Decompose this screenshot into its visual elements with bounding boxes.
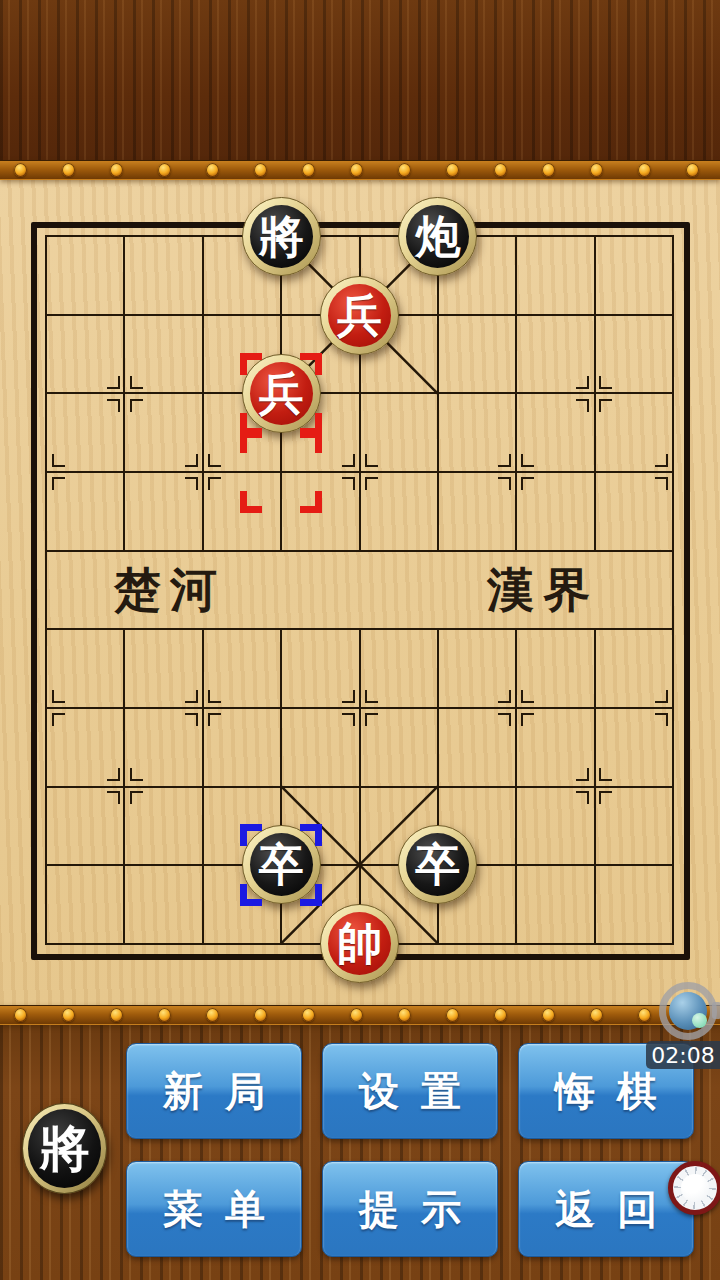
board-cell[interactable]: [281, 551, 359, 630]
stud-icon: [590, 1008, 603, 1022]
board-cell[interactable]: [360, 551, 438, 630]
board-cell[interactable]: [46, 708, 124, 787]
board-cell[interactable]: [203, 472, 281, 551]
board-cell[interactable]: [281, 708, 359, 787]
piece-disc: 炮: [406, 205, 469, 268]
board-cell[interactable]: [124, 629, 202, 708]
board-cell[interactable]: [203, 708, 281, 787]
turn-indicator-glyph: 將: [40, 1124, 90, 1174]
turn-indicator-piece: 將: [22, 1103, 107, 1194]
board-cell[interactable]: [516, 787, 594, 866]
board-cell[interactable]: [46, 551, 124, 630]
stud-icon: [494, 1008, 507, 1022]
floating-ball-button[interactable]: [659, 982, 717, 1040]
board-cell[interactable]: [360, 393, 438, 472]
piece-red-soldier[interactable]: 兵: [320, 276, 399, 355]
board-cell[interactable]: [438, 708, 516, 787]
piece-glyph: 兵: [337, 293, 382, 338]
clock-button[interactable]: [668, 1161, 720, 1215]
stud-icon: [302, 1008, 315, 1022]
stud-icon: [158, 1008, 171, 1022]
board-cell[interactable]: [124, 472, 202, 551]
stud-icon: [206, 1008, 219, 1022]
river-label-right: 漢界: [487, 559, 599, 621]
stud-icon: [494, 163, 507, 177]
stud-icon: [350, 163, 363, 177]
stud-icon: [14, 1008, 27, 1022]
stud-icon: [302, 163, 315, 177]
board-cell[interactable]: [516, 315, 594, 394]
board-cell[interactable]: [46, 787, 124, 866]
board-cell[interactable]: [281, 472, 359, 551]
top-stud-rail: [0, 160, 720, 180]
board-cell[interactable]: [46, 315, 124, 394]
stud-icon: [254, 1008, 267, 1022]
stud-icon: [398, 1008, 411, 1022]
board-cell[interactable]: [124, 315, 202, 394]
floating-ball-dot-icon: [692, 1013, 707, 1028]
board-cell[interactable]: [595, 787, 673, 866]
board-cell[interactable]: [516, 708, 594, 787]
board-cell[interactable]: [595, 865, 673, 944]
piece-disc: 兵: [250, 362, 313, 425]
piece-red-general[interactable]: 帥: [320, 904, 399, 983]
stud-icon: [62, 163, 75, 177]
stud-icon: [62, 1008, 75, 1022]
board-cell[interactable]: [360, 708, 438, 787]
board-cell[interactable]: [203, 629, 281, 708]
board-cell[interactable]: [124, 787, 202, 866]
board-cell[interactable]: [46, 236, 124, 315]
floating-ball-tab: [712, 1002, 720, 1019]
piece-disc: 卒: [406, 833, 469, 896]
board-cell[interactable]: [124, 865, 202, 944]
stud-icon: [686, 163, 699, 177]
piece-disc: 帥: [328, 912, 391, 975]
back-button[interactable]: 返回: [518, 1161, 694, 1257]
river-label-left: 楚河: [114, 559, 226, 621]
board-cell[interactable]: [516, 865, 594, 944]
board-cell[interactable]: [124, 236, 202, 315]
board-cell[interactable]: [595, 393, 673, 472]
stud-icon: [206, 163, 219, 177]
board-cell[interactable]: [595, 708, 673, 787]
turn-indicator-disc: 將: [28, 1109, 101, 1188]
board-cell[interactable]: [595, 629, 673, 708]
board-cell[interactable]: [595, 472, 673, 551]
stud-icon: [110, 1008, 123, 1022]
stud-icon: [590, 163, 603, 177]
menu-button[interactable]: 菜单: [126, 1161, 302, 1257]
piece-glyph: 卒: [259, 842, 304, 887]
board-cell[interactable]: [360, 629, 438, 708]
stud-icon: [446, 163, 459, 177]
board-cell[interactable]: [595, 315, 673, 394]
board-cell[interactable]: [46, 865, 124, 944]
board-cell[interactable]: [438, 629, 516, 708]
board-cell[interactable]: [360, 472, 438, 551]
board-cell[interactable]: [516, 393, 594, 472]
piece-black-general[interactable]: 將: [242, 197, 321, 276]
game-timer: 02:08: [646, 1041, 720, 1069]
board-cell[interactable]: [595, 551, 673, 630]
xiangqi-game-screen: 楚河 漢界 將炮兵兵卒卒帥 新局 设置 悔棋 菜单 提示 返回 02:08 將: [0, 0, 720, 1280]
stud-icon: [638, 1008, 651, 1022]
bottom-stud-rail: [0, 1005, 720, 1025]
board-cell[interactable]: [46, 629, 124, 708]
board-cell[interactable]: [124, 708, 202, 787]
stud-icon: [638, 163, 651, 177]
piece-black-soldier[interactable]: 卒: [242, 825, 321, 904]
piece-glyph: 帥: [337, 921, 382, 966]
stud-icon: [158, 163, 171, 177]
piece-glyph: 將: [259, 214, 304, 259]
board-cell[interactable]: [124, 393, 202, 472]
board-cell[interactable]: [516, 629, 594, 708]
settings-button[interactable]: 设置: [322, 1043, 498, 1139]
stud-icon: [542, 163, 555, 177]
stud-icon: [542, 1008, 555, 1022]
piece-black-cannon[interactable]: 炮: [398, 197, 477, 276]
piece-disc: 卒: [250, 833, 313, 896]
stud-icon: [350, 1008, 363, 1022]
board-cell[interactable]: [46, 393, 124, 472]
top-wood-panel: [0, 0, 720, 160]
board-cell[interactable]: [516, 472, 594, 551]
stud-icon: [254, 163, 267, 177]
stud-icon: [14, 163, 27, 177]
hint-button[interactable]: 提示: [322, 1161, 498, 1257]
stud-icon: [446, 1008, 459, 1022]
board-cell[interactable]: [438, 393, 516, 472]
board-cell[interactable]: [438, 315, 516, 394]
stud-icon: [110, 163, 123, 177]
board-cell[interactable]: [46, 472, 124, 551]
piece-disc: 兵: [328, 284, 391, 347]
piece-red-soldier[interactable]: 兵: [242, 354, 321, 433]
piece-disc: 將: [250, 205, 313, 268]
stud-icon: [398, 163, 411, 177]
clock-face-icon: [681, 1174, 709, 1202]
board-cell[interactable]: [595, 236, 673, 315]
board-cell[interactable]: [516, 236, 594, 315]
board-cell[interactable]: [438, 472, 516, 551]
menu-button-grid: 新局 设置 悔棋 菜单 提示 返回: [126, 1043, 694, 1258]
new-game-button[interactable]: 新局: [126, 1043, 302, 1139]
board-cell[interactable]: [281, 629, 359, 708]
piece-glyph: 兵: [259, 371, 304, 416]
piece-glyph: 卒: [415, 842, 460, 887]
piece-glyph: 炮: [415, 214, 460, 259]
